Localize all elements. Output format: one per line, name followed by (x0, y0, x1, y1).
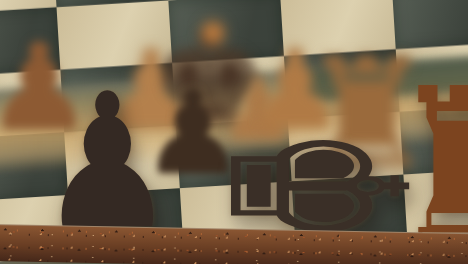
king-glyph: ♚ (151, 15, 268, 145)
king-glyph: ♚ (193, 127, 437, 245)
rook-glyph: ♜ (299, 39, 435, 191)
pawn-glyph: ♟ (141, 75, 245, 191)
background-pawn-far-left: ♟ (0, 30, 84, 146)
pieces-layer: ♟♟♚●♟♟♜♟♟♚♜ (0, 0, 468, 264)
midground-pawn-dark: ♟ (148, 74, 238, 192)
background-king-dark: ♚ (160, 14, 258, 146)
background-pawn-right-light: ♟ (252, 36, 338, 144)
pawn-glyph: ♟ (0, 28, 93, 148)
background-rook-tall: ♜ (316, 40, 418, 190)
background-king-finial: ● (198, 16, 228, 46)
pawn-glyph: ♟ (102, 35, 201, 145)
pawn-glyph: ♟ (246, 35, 345, 145)
pawn-glyph: ♟ (219, 66, 296, 152)
finial-glyph: ● (201, 17, 225, 45)
chess-photo-scene: ♟♟♚●♟♟♜♟♟♚♜ (0, 0, 468, 264)
foreground-pawn-dark: ♟ (28, 84, 186, 240)
background-pawn-center-light: ♟ (226, 66, 290, 152)
background-pawn-left-light: ♟ (110, 36, 192, 144)
